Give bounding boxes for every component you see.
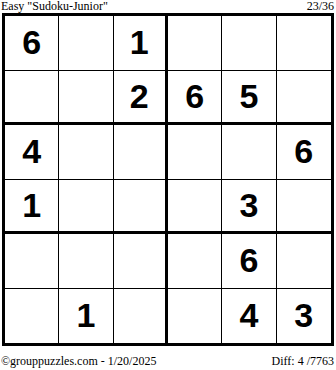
cell-r1c2-empty[interactable]: [59, 16, 113, 71]
cell-r6c4-empty[interactable]: [168, 289, 222, 344]
cell-r2c1-empty[interactable]: [5, 71, 59, 126]
difficulty-label: Diff: 4 /7763: [272, 355, 334, 368]
cell-r3c3-empty[interactable]: [114, 125, 168, 180]
cell-r5c3-empty[interactable]: [114, 234, 168, 289]
cell-r3c6-given-6: 6: [277, 125, 331, 180]
puzzle-title: Easy "Sudoku-Junior": [1, 0, 108, 12]
cell-r3c4-empty[interactable]: [168, 125, 222, 180]
cell-r5c1-empty[interactable]: [5, 234, 59, 289]
cell-r4c1-given-1: 1: [5, 180, 59, 235]
cell-r4c4-empty[interactable]: [168, 180, 222, 235]
cell-r1c6-empty[interactable]: [277, 16, 331, 71]
cell-r2c5-given-5: 5: [222, 71, 276, 126]
cell-r4c6-empty[interactable]: [277, 180, 331, 235]
cell-r6c2-given-1: 1: [59, 289, 113, 344]
empty-cell-counter: 23/36: [307, 0, 334, 12]
puzzle-page: Easy "Sudoku-Junior" 23/36 6126546136143…: [0, 0, 336, 370]
cell-r4c5-given-3: 3: [222, 180, 276, 235]
cell-r6c5-given-4: 4: [222, 289, 276, 344]
cell-r2c2-empty[interactable]: [59, 71, 113, 126]
cell-r2c6-empty[interactable]: [277, 71, 331, 126]
cell-r1c4-empty[interactable]: [168, 16, 222, 71]
cell-r5c5-given-6: 6: [222, 234, 276, 289]
cell-r6c3-empty[interactable]: [114, 289, 168, 344]
footer: ©grouppuzzles.com - 1/20/2025 Diff: 4 /7…: [0, 355, 336, 368]
cell-r1c3-given-1: 1: [114, 16, 168, 71]
cell-r4c2-empty[interactable]: [59, 180, 113, 235]
cell-r3c1-given-4: 4: [5, 125, 59, 180]
header: Easy "Sudoku-Junior" 23/36: [0, 0, 336, 13]
cell-r5c6-empty[interactable]: [277, 234, 331, 289]
cell-r1c5-empty[interactable]: [222, 16, 276, 71]
cell-r5c4-empty[interactable]: [168, 234, 222, 289]
copyright-text: ©grouppuzzles.com - 1/20/2025: [1, 355, 156, 368]
cell-r3c5-empty[interactable]: [222, 125, 276, 180]
cell-r2c4-given-6: 6: [168, 71, 222, 126]
cell-r4c3-empty[interactable]: [114, 180, 168, 235]
sudoku-grid: 6126546136143: [2, 13, 334, 346]
cell-r3c2-empty[interactable]: [59, 125, 113, 180]
cell-r6c1-empty[interactable]: [5, 289, 59, 344]
cell-r2c3-given-2: 2: [114, 71, 168, 126]
cell-r5c2-empty[interactable]: [59, 234, 113, 289]
cell-r6c6-given-3: 3: [277, 289, 331, 344]
cell-r1c1-given-6: 6: [5, 16, 59, 71]
